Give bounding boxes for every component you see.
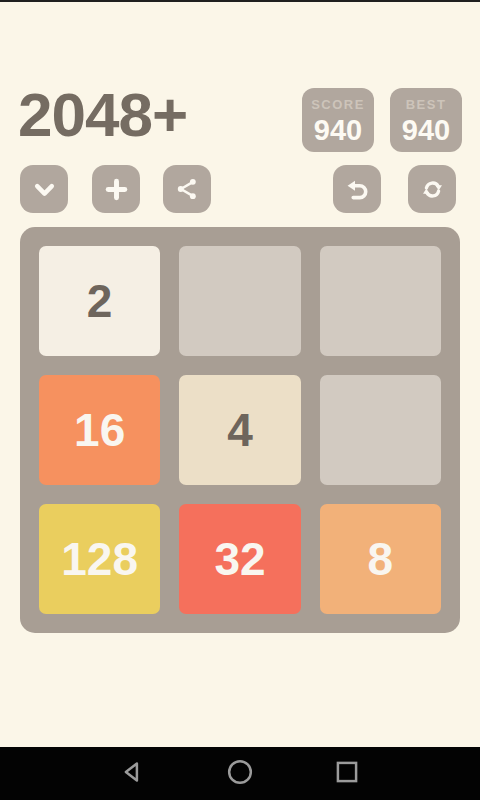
recents-square-icon [334,759,360,788]
tile-4: 4 [179,375,300,485]
undo-button[interactable] [333,165,381,213]
status-bar-edge [0,0,480,2]
android-home-button[interactable] [223,757,257,791]
score-value: 940 [314,114,362,147]
tile-16: 16 [39,375,160,485]
back-triangle-icon [120,759,146,788]
share-button[interactable] [163,165,211,213]
undo-icon [344,176,371,203]
best-label: BEST [406,97,447,112]
home-circle-icon [227,759,253,788]
tile-128: 128 [39,504,160,614]
android-navbar [0,747,480,800]
collapse-button[interactable] [20,165,68,213]
game-board-grid: 2164128328 [39,246,441,614]
tile-32: 32 [179,504,300,614]
share-icon [174,176,200,202]
game-board[interactable]: 2164128328 [20,227,460,633]
empty-cell [179,246,300,356]
best-box: BEST 940 [390,88,462,152]
new-tile-button[interactable] [92,165,140,213]
empty-cell [320,375,441,485]
restart-button[interactable] [408,165,456,213]
android-recents-button[interactable] [330,757,364,791]
refresh-icon [419,176,446,203]
empty-cell [320,246,441,356]
tile-2: 2 [39,246,160,356]
chevron-down-icon [31,176,58,203]
plus-icon [103,176,130,203]
score-box: SCORE 940 [302,88,374,152]
android-back-button[interactable] [116,757,150,791]
tile-8: 8 [320,504,441,614]
best-value: 940 [402,114,450,147]
app-title: 2048+ [18,84,187,146]
score-label: SCORE [311,97,365,112]
